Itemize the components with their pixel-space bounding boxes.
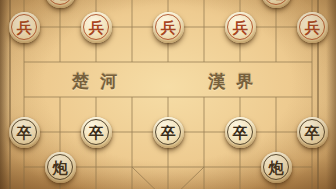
piece-black-soldier[interactable]: 卒 (297, 117, 328, 148)
xiangqi-board[interactable]: 楚河 漢界 炮炮兵兵兵兵兵卒卒卒卒卒炮炮 (0, 0, 336, 189)
piece-black-cannon[interactable]: 炮 (45, 152, 76, 183)
piece-label: 卒 (233, 125, 248, 140)
piece-black-soldier[interactable]: 卒 (225, 117, 256, 148)
piece-label: 兵 (17, 20, 32, 35)
piece-label: 兵 (89, 20, 104, 35)
piece-red-soldier[interactable]: 兵 (297, 12, 328, 43)
piece-label: 卒 (17, 125, 32, 140)
piece-label: 卒 (305, 125, 320, 140)
piece-red-cannon[interactable]: 炮 (261, 0, 292, 8)
piece-label: 兵 (305, 20, 320, 35)
piece-label: 兵 (233, 20, 248, 35)
piece-label: 炮 (269, 160, 284, 175)
piece-black-soldier[interactable]: 卒 (9, 117, 40, 148)
piece-label: 卒 (89, 125, 104, 140)
piece-label: 兵 (161, 20, 176, 35)
piece-red-soldier[interactable]: 兵 (225, 12, 256, 43)
piece-label: 卒 (161, 125, 176, 140)
piece-label: 炮 (53, 160, 68, 175)
pieces-layer: 炮炮兵兵兵兵兵卒卒卒卒卒炮炮 (6, 0, 330, 185)
piece-red-soldier[interactable]: 兵 (81, 12, 112, 43)
piece-black-soldier[interactable]: 卒 (81, 117, 112, 148)
piece-black-cannon[interactable]: 炮 (261, 152, 292, 183)
piece-black-soldier[interactable]: 卒 (153, 117, 184, 148)
piece-red-soldier[interactable]: 兵 (9, 12, 40, 43)
piece-red-soldier[interactable]: 兵 (153, 12, 184, 43)
piece-red-cannon[interactable]: 炮 (45, 0, 76, 8)
